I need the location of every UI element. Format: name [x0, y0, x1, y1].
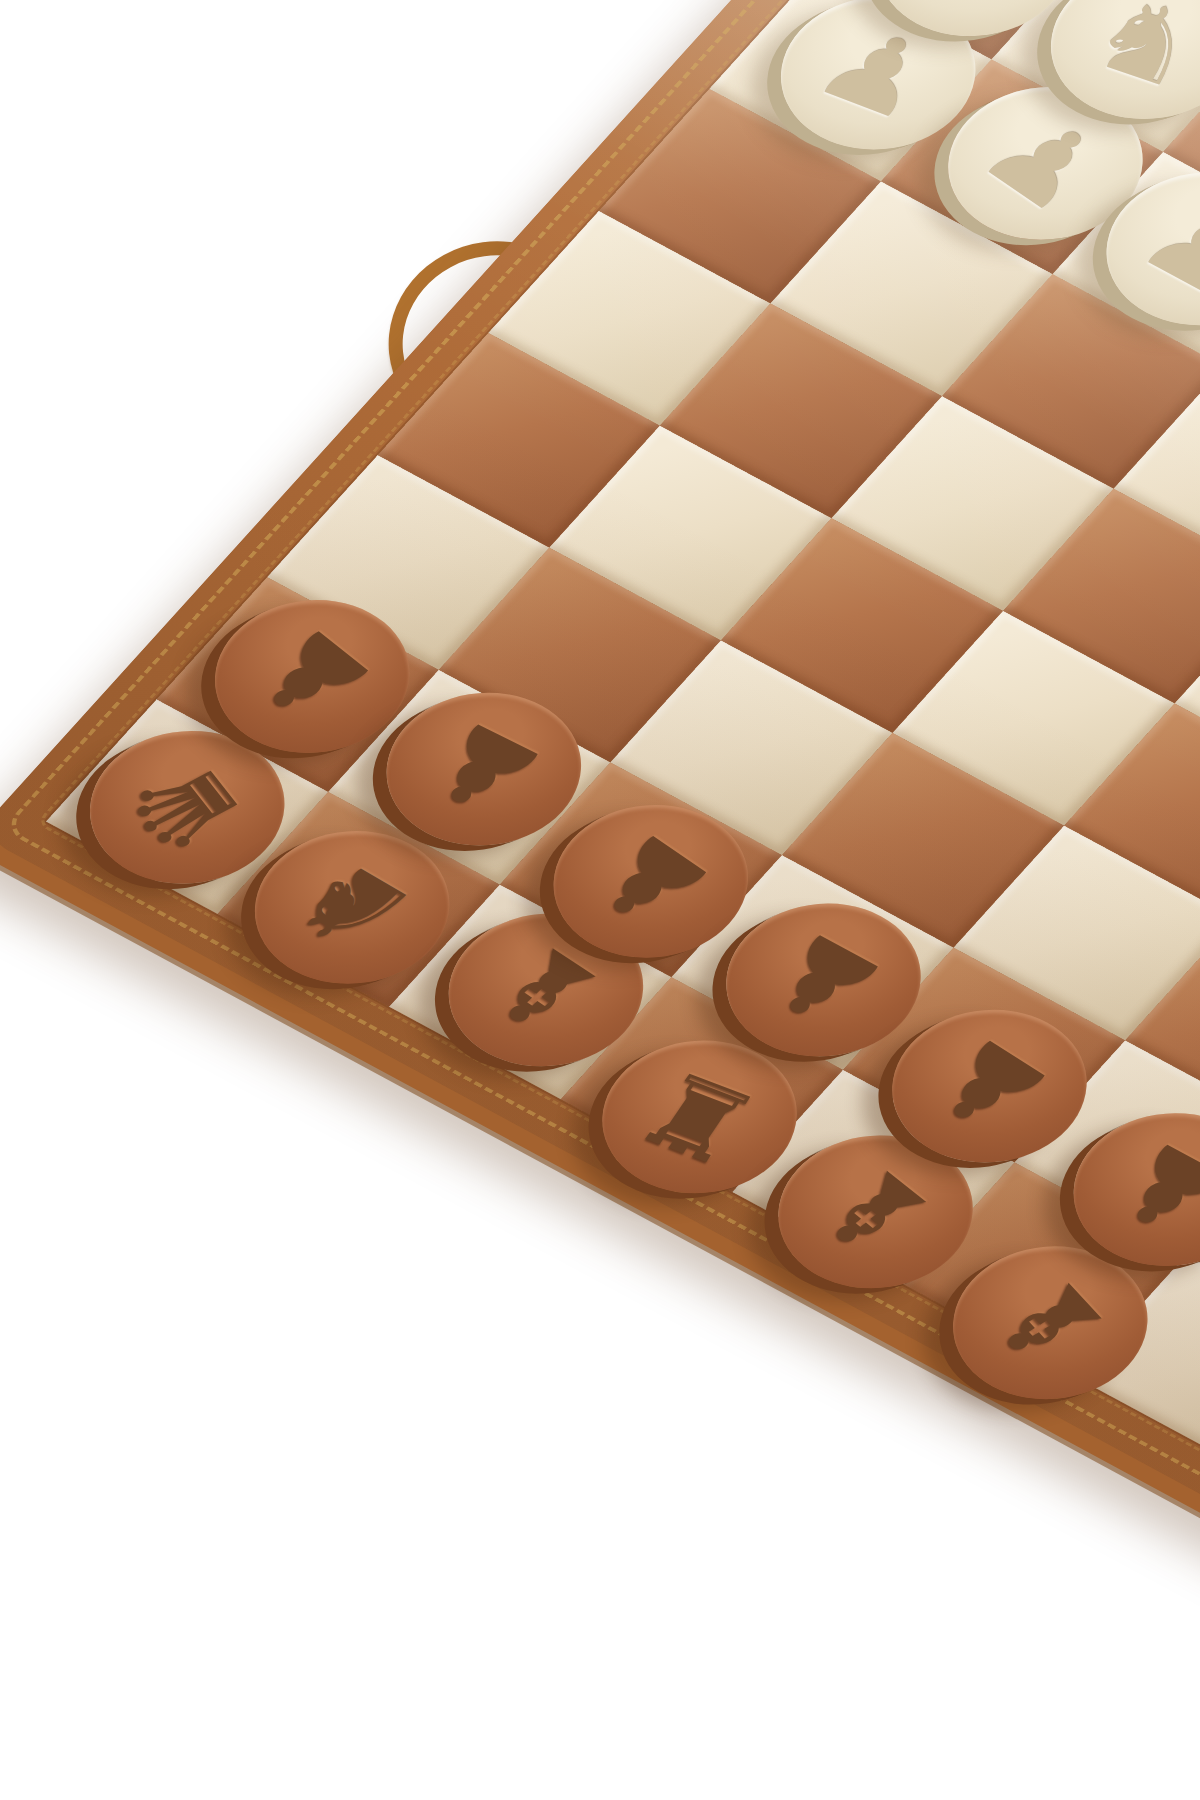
knight-glyph: ♞ — [1070, 0, 1200, 104]
knight-glyph: ♞ — [270, 841, 434, 972]
bishop-glyph: ♝ — [792, 1145, 958, 1277]
chessboard: ♛♞♝♜♝♝♟♟♟♟♟♟♟♟♟♞ — [0, 0, 1200, 1617]
pawn-glyph: ♟ — [1089, 1124, 1200, 1255]
bishop-glyph: ♝ — [968, 1257, 1133, 1388]
product-photo-stage: ♛♞♝♜♝♝♟♟♟♟♟♟♟♟♟♞ — [0, 0, 1200, 1800]
pawn-glyph: ♟ — [907, 1020, 1072, 1152]
pawn-glyph: ♟ — [1122, 183, 1200, 314]
pawn-glyph: ♟ — [962, 97, 1128, 229]
pawn-glyph: ♟ — [403, 704, 565, 834]
pawn-glyph: ♟ — [568, 815, 734, 947]
rook-glyph: ♜ — [621, 1053, 778, 1179]
pawn-glyph: ♟ — [229, 610, 395, 742]
pawn-glyph: ♟ — [742, 914, 905, 1045]
queen-glyph: ♛ — [106, 742, 269, 871]
